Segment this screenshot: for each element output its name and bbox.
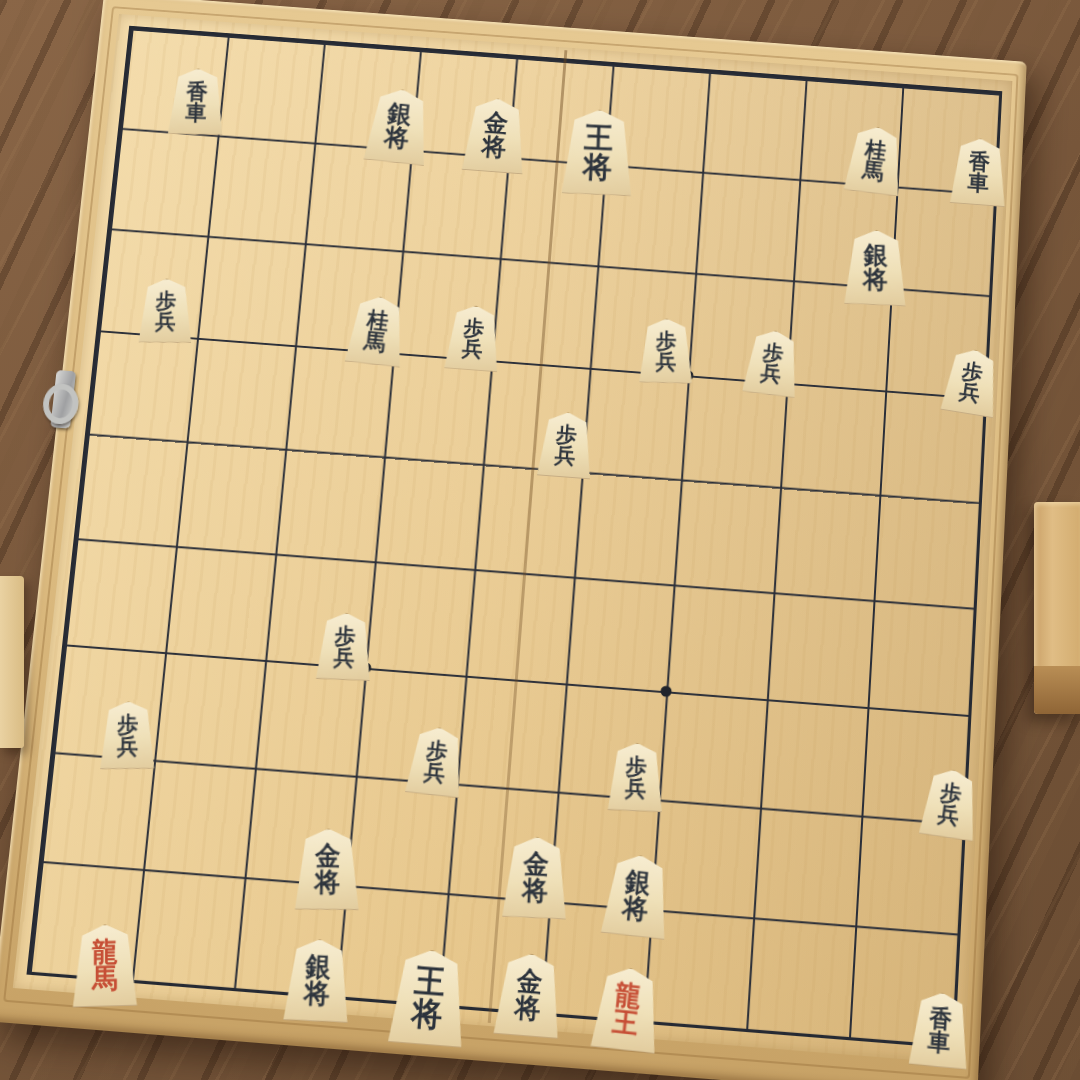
piece-stand-edge: [1034, 666, 1080, 714]
piece-kanji: 歩 兵: [461, 316, 485, 360]
piece-kanji: 歩 兵: [155, 289, 177, 331]
piece-gote-king-5a[interactable]: 王 将: [558, 108, 638, 196]
piece-gote-silver-7a[interactable]: 銀 将: [360, 86, 436, 167]
piece-kanji: 王 将: [411, 963, 447, 1031]
piece-sente-gold-7h[interactable]: 金 将: [292, 828, 364, 910]
piece-kanji: 銀 将: [383, 101, 413, 152]
piece-kanji: 銀 将: [304, 952, 332, 1008]
piece-gote-gold-5h[interactable]: 金 将: [499, 835, 573, 919]
piece-kanji: 歩 兵: [759, 340, 784, 385]
piece-kanji: 歩 兵: [936, 780, 962, 827]
piece-sente-king-6i[interactable]: 王 将: [384, 947, 473, 1048]
piece-sente-silver-7i[interactable]: 銀 将: [280, 937, 356, 1022]
board-frame: 香 車銀 将金 将王 将桂 馬香 車銀 将歩 兵桂 馬歩 兵歩 兵歩 兵歩 兵歩…: [0, 0, 1027, 1080]
piece-sente-pawn-4g[interactable]: 歩 兵: [604, 742, 667, 813]
piece-kanji: 歩 兵: [554, 423, 578, 467]
piece-sente-pawn-7f[interactable]: 歩 兵: [313, 611, 376, 681]
piece-kanji: 王 将: [582, 123, 613, 183]
piece-gote-pawn-4c[interactable]: 歩 兵: [636, 318, 696, 384]
piece-kanji: 歩 兵: [655, 329, 676, 372]
piece-kanji: 銀 将: [621, 867, 652, 924]
piece-kanji: 歩 兵: [333, 624, 356, 669]
piece-gote-promoted-bishop-9i[interactable]: 龍 馬: [70, 923, 141, 1007]
piece-sente-pawn-1g[interactable]: 歩 兵: [915, 766, 983, 843]
piece-kanji: 金 将: [522, 850, 549, 905]
piece-sente-pawn-6g[interactable]: 歩 兵: [402, 724, 470, 798]
piece-kanji: 龍 馬: [93, 937, 118, 992]
piece-kanji: 桂 馬: [861, 138, 887, 183]
table-surface: 香 車銀 将金 将王 将桂 馬香 車銀 将歩 兵桂 馬歩 兵歩 兵歩 兵歩 兵歩…: [0, 0, 1080, 1080]
piece-kanji: 香 車: [967, 150, 990, 195]
piece-kanji: 龍 王: [611, 980, 642, 1037]
piece-sente-lance-1i[interactable]: 香 車: [905, 989, 974, 1070]
piece-gote-lance-1a[interactable]: 香 車: [947, 136, 1011, 207]
piece-gote-gold-6a[interactable]: 金 将: [458, 96, 531, 175]
piece-kanji: 金 将: [514, 966, 544, 1023]
board-grid[interactable]: 香 車銀 将金 将王 将桂 馬香 車銀 将歩 兵桂 馬歩 兵歩 兵歩 兵歩 兵歩…: [26, 26, 1002, 1049]
piece-kanji: 金 将: [315, 842, 341, 896]
piece-gote-pawn-9c[interactable]: 歩 兵: [136, 278, 196, 343]
piece-gote-pawn-5d[interactable]: 歩 兵: [534, 410, 598, 480]
piece-gote-knight-7c[interactable]: 桂 馬: [342, 293, 412, 367]
piece-kanji: 香 車: [185, 80, 208, 123]
piece-kanji: 金 将: [481, 110, 509, 161]
wooden-block-left: [0, 576, 24, 748]
piece-gote-promoted-rook-4i[interactable]: 龍 王: [587, 964, 667, 1054]
piece-sente-gold-5i[interactable]: 金 将: [490, 951, 567, 1039]
piece-gote-pawn-6c[interactable]: 歩 兵: [441, 303, 505, 372]
piece-gote-silver-2b[interactable]: 銀 将: [840, 229, 910, 307]
piece-kanji: 歩 兵: [958, 359, 984, 404]
piece-kanji: 歩 兵: [423, 738, 449, 785]
piece-kanji: 歩 兵: [625, 755, 648, 801]
piece-kanji: 歩 兵: [117, 713, 139, 758]
piece-gote-pawn-3c[interactable]: 歩 兵: [739, 327, 805, 399]
shogi-board[interactable]: 香 車銀 将金 将王 将桂 馬香 車銀 将歩 兵桂 馬歩 兵歩 兵歩 兵歩 兵歩…: [0, 0, 1027, 1080]
piece-gote-pawn-1c[interactable]: 歩 兵: [937, 345, 1004, 418]
piece-sente-silver-4h[interactable]: 銀 将: [597, 851, 676, 940]
piece-gote-knight-2a[interactable]: 桂 馬: [840, 124, 908, 198]
piece-kanji: 銀 将: [863, 242, 888, 293]
piece-kanji: 香 車: [927, 1004, 953, 1054]
piece-sente-pawn-9g[interactable]: 歩 兵: [97, 701, 158, 769]
piece-gote-lance-9a[interactable]: 香 車: [165, 68, 229, 136]
piece-stand-right: [1034, 502, 1080, 714]
board-surface: 香 車銀 将金 将王 将桂 馬香 車銀 将歩 兵桂 馬歩 兵歩 兵歩 兵歩 兵歩…: [13, 14, 1013, 1064]
star-point: [661, 685, 673, 697]
piece-kanji: 桂 馬: [363, 307, 390, 353]
